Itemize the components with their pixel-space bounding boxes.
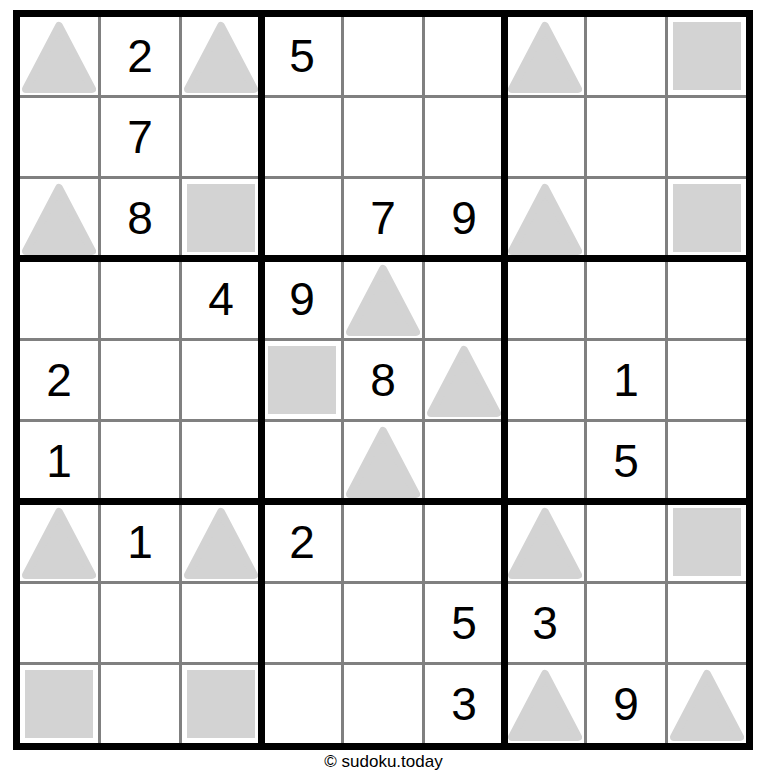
cell-r7c1[interactable] (20, 503, 98, 581)
cell-r7c9[interactable] (668, 503, 746, 581)
square-marker (268, 346, 336, 414)
triangle-marker (184, 507, 258, 579)
cell-r3c4[interactable] (263, 179, 341, 257)
square-marker (25, 670, 93, 738)
sudoku-board: 2578794928115125339 (13, 10, 753, 750)
cell-r3c5[interactable]: 7 (344, 179, 422, 257)
box-divider-horizontal-1 (18, 255, 748, 262)
cell-r4c6[interactable] (425, 260, 503, 338)
cell-r9c9[interactable] (668, 665, 746, 743)
cell-r9c4[interactable] (263, 665, 341, 743)
cell-r2c4[interactable] (263, 98, 341, 176)
cell-r8c3[interactable] (182, 584, 260, 662)
given-digit: 5 (613, 438, 639, 484)
box-divider-vertical-2 (501, 15, 508, 745)
square-marker (187, 184, 255, 252)
cell-r7c8[interactable] (587, 503, 665, 581)
given-digit: 2 (127, 33, 153, 79)
given-digit: 2 (289, 519, 315, 565)
page: 2578794928115125339 © sudoku.today (0, 0, 767, 777)
given-digit: 9 (451, 195, 477, 241)
triangle-marker (184, 21, 258, 93)
triangle-marker (346, 426, 420, 498)
cell-r2c8[interactable] (587, 98, 665, 176)
box-divider-horizontal-2 (18, 498, 748, 505)
cell-r9c6[interactable]: 3 (425, 665, 503, 743)
given-digit: 5 (289, 33, 315, 79)
cell-r8c4[interactable] (263, 584, 341, 662)
cell-r8c1[interactable] (20, 584, 98, 662)
given-digit: 1 (46, 438, 72, 484)
triangle-marker (508, 507, 582, 579)
square-marker (673, 22, 741, 90)
given-digit: 1 (127, 519, 153, 565)
cell-r2c5[interactable] (344, 98, 422, 176)
cell-r4c2[interactable] (101, 260, 179, 338)
given-digit: 8 (370, 357, 396, 403)
cell-r9c3[interactable] (182, 665, 260, 743)
cell-r7c6[interactable] (425, 503, 503, 581)
cell-r6c8[interactable]: 5 (587, 422, 665, 500)
box-divider-vertical-1 (258, 15, 265, 745)
cell-r9c7[interactable] (506, 665, 584, 743)
cell-r8c6[interactable]: 5 (425, 584, 503, 662)
cell-r4c7[interactable] (506, 260, 584, 338)
given-digit: 9 (613, 681, 639, 727)
given-digit: 7 (127, 114, 153, 160)
cell-r3c2[interactable]: 8 (101, 179, 179, 257)
cell-r2c7[interactable] (506, 98, 584, 176)
cell-r5c5[interactable]: 8 (344, 341, 422, 419)
triangle-marker (346, 264, 420, 336)
square-marker (673, 184, 741, 252)
triangle-marker (22, 507, 96, 579)
cell-r3c3[interactable] (182, 179, 260, 257)
cell-r1c7[interactable] (506, 17, 584, 95)
cell-r6c6[interactable] (425, 422, 503, 500)
cell-r6c1[interactable]: 1 (20, 422, 98, 500)
cell-r7c4[interactable]: 2 (263, 503, 341, 581)
cell-r1c1[interactable] (20, 17, 98, 95)
cell-r6c4[interactable] (263, 422, 341, 500)
cell-r6c5[interactable] (344, 422, 422, 500)
triangle-marker (670, 669, 744, 741)
given-digit: 3 (451, 681, 477, 727)
cell-r8c8[interactable] (587, 584, 665, 662)
cell-r6c9[interactable] (668, 422, 746, 500)
cell-r8c5[interactable] (344, 584, 422, 662)
square-marker (673, 508, 741, 576)
cell-r1c8[interactable] (587, 17, 665, 95)
triangle-marker (508, 21, 582, 93)
given-digit: 5 (451, 600, 477, 646)
triangle-marker (22, 21, 96, 93)
triangle-marker (508, 183, 582, 255)
given-digit: 2 (46, 357, 72, 403)
square-marker (187, 670, 255, 738)
cell-r5c4[interactable] (263, 341, 341, 419)
cell-r4c5[interactable] (344, 260, 422, 338)
cell-r1c2[interactable]: 2 (101, 17, 179, 95)
credit-line: © sudoku.today (0, 752, 767, 772)
cell-r5c8[interactable]: 1 (587, 341, 665, 419)
cell-r8c7[interactable]: 3 (506, 584, 584, 662)
triangle-marker (22, 183, 96, 255)
cell-r6c2[interactable] (101, 422, 179, 500)
cell-r5c7[interactable] (506, 341, 584, 419)
cell-r3c8[interactable] (587, 179, 665, 257)
cell-r6c7[interactable] (506, 422, 584, 500)
cell-r7c2[interactable]: 1 (101, 503, 179, 581)
cell-r2c3[interactable] (182, 98, 260, 176)
cell-r5c6[interactable] (425, 341, 503, 419)
cell-r5c2[interactable] (101, 341, 179, 419)
cell-r4c8[interactable] (587, 260, 665, 338)
given-digit: 8 (127, 195, 153, 241)
cell-r2c9[interactable] (668, 98, 746, 176)
cell-r3c6[interactable]: 9 (425, 179, 503, 257)
cell-r1c5[interactable] (344, 17, 422, 95)
given-digit: 3 (532, 600, 558, 646)
cell-r5c9[interactable] (668, 341, 746, 419)
cell-r3c9[interactable] (668, 179, 746, 257)
given-digit: 1 (613, 357, 639, 403)
cell-r4c4[interactable]: 9 (263, 260, 341, 338)
given-digit: 9 (289, 276, 315, 322)
cell-r3c1[interactable] (20, 179, 98, 257)
cell-r9c1[interactable] (20, 665, 98, 743)
triangle-marker (427, 345, 501, 417)
cell-r1c3[interactable] (182, 17, 260, 95)
cell-r7c7[interactable] (506, 503, 584, 581)
cell-r5c1[interactable]: 2 (20, 341, 98, 419)
cell-r8c2[interactable] (101, 584, 179, 662)
cell-r1c4[interactable]: 5 (263, 17, 341, 95)
cell-r1c9[interactable] (668, 17, 746, 95)
cell-r2c1[interactable] (20, 98, 98, 176)
cell-r2c2[interactable]: 7 (101, 98, 179, 176)
cell-r4c1[interactable] (20, 260, 98, 338)
cell-r9c2[interactable] (101, 665, 179, 743)
cell-r4c3[interactable]: 4 (182, 260, 260, 338)
cell-r7c3[interactable] (182, 503, 260, 581)
cell-r9c5[interactable] (344, 665, 422, 743)
triangle-marker (508, 669, 582, 741)
given-digit: 7 (370, 195, 396, 241)
given-digit: 4 (208, 276, 234, 322)
cell-r5c3[interactable] (182, 341, 260, 419)
cell-r8c9[interactable] (668, 584, 746, 662)
cell-r6c3[interactable] (182, 422, 260, 500)
cell-r1c6[interactable] (425, 17, 503, 95)
cell-r4c9[interactable] (668, 260, 746, 338)
cell-r9c8[interactable]: 9 (587, 665, 665, 743)
cell-r3c7[interactable] (506, 179, 584, 257)
cell-r7c5[interactable] (344, 503, 422, 581)
cell-r2c6[interactable] (425, 98, 503, 176)
